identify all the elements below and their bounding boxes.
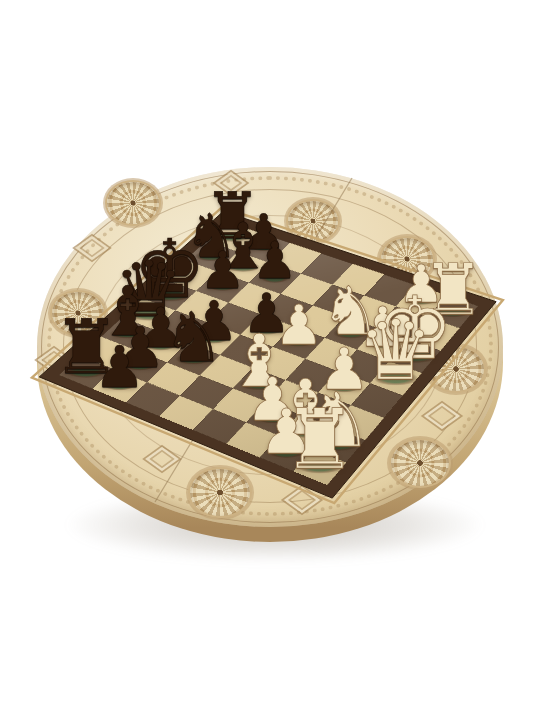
piece-white-rook-h1[interactable]: ♜ xyxy=(283,399,357,482)
piece-black-pawn-h7[interactable]: ♟ xyxy=(94,339,146,397)
piece-black-pawn-b6[interactable]: ♟ xyxy=(252,237,298,288)
piece-black-knight-f6[interactable]: ♞ xyxy=(163,303,224,372)
product-photo-scene: ♜♟♞♝♟♟♚♟♜♛♟♞♝♟♟♟♟♚♞♟♜♛♝♟♟♟♝♞♟♜ xyxy=(0,0,540,720)
